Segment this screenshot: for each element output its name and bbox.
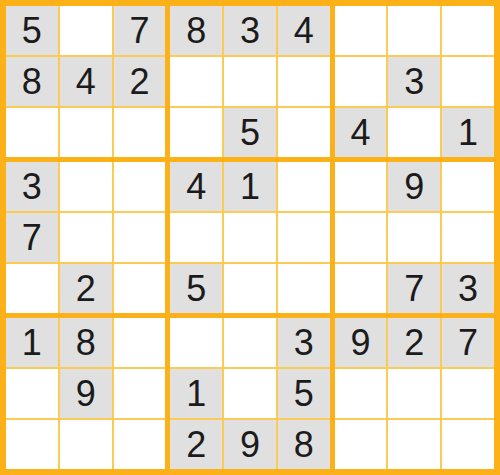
cell-r2c7[interactable]	[335, 57, 387, 106]
cell-r3c6[interactable]	[278, 108, 330, 157]
cell-r4c1[interactable]: 3	[6, 162, 58, 211]
cell-r1c2[interactable]	[60, 6, 112, 55]
cell-r5c9[interactable]	[442, 213, 494, 262]
cell-r4c7[interactable]	[335, 162, 387, 211]
box-5: 415	[170, 162, 329, 313]
cell-r8c5[interactable]	[224, 369, 276, 418]
cell-r5c1[interactable]: 7	[6, 213, 58, 262]
cell-r4c9[interactable]	[442, 162, 494, 211]
cell-r2c3[interactable]: 2	[114, 57, 166, 106]
box-2: 8345	[170, 6, 329, 157]
cell-r8c6[interactable]: 5	[278, 369, 330, 418]
cell-r1c5[interactable]: 3	[224, 6, 276, 55]
cell-r2c6[interactable]	[278, 57, 330, 106]
cell-r6c8[interactable]: 7	[388, 264, 440, 313]
cell-r8c8[interactable]	[388, 369, 440, 418]
cell-r4c4[interactable]: 4	[170, 162, 222, 211]
box-6: 973	[335, 162, 494, 313]
cell-r2c5[interactable]	[224, 57, 276, 106]
cell-r1c7[interactable]	[335, 6, 387, 55]
cell-r6c5[interactable]	[224, 264, 276, 313]
cell-r1c4[interactable]: 8	[170, 6, 222, 55]
cell-r8c3[interactable]	[114, 369, 166, 418]
cell-r9c2[interactable]	[60, 420, 112, 469]
cell-r8c4[interactable]: 1	[170, 369, 222, 418]
cell-r6c7[interactable]	[335, 264, 387, 313]
cell-r8c7[interactable]	[335, 369, 387, 418]
cell-r5c2[interactable]	[60, 213, 112, 262]
cell-r7c9[interactable]: 7	[442, 318, 494, 367]
cell-r5c7[interactable]	[335, 213, 387, 262]
cell-r7c6[interactable]: 3	[278, 318, 330, 367]
cell-r1c6[interactable]: 4	[278, 6, 330, 55]
cell-r3c1[interactable]	[6, 108, 58, 157]
cell-r9c8[interactable]	[388, 420, 440, 469]
cell-r4c3[interactable]	[114, 162, 166, 211]
cell-r3c4[interactable]	[170, 108, 222, 157]
cell-r1c8[interactable]	[388, 6, 440, 55]
cell-r3c5[interactable]: 5	[224, 108, 276, 157]
cell-r3c2[interactable]	[60, 108, 112, 157]
cell-r6c4[interactable]: 5	[170, 264, 222, 313]
cell-r4c5[interactable]: 1	[224, 162, 276, 211]
cell-r7c2[interactable]: 8	[60, 318, 112, 367]
cell-r6c2[interactable]: 2	[60, 264, 112, 313]
cell-r5c8[interactable]	[388, 213, 440, 262]
cell-r3c7[interactable]: 4	[335, 108, 387, 157]
cell-r6c1[interactable]	[6, 264, 58, 313]
box-7: 189	[6, 318, 165, 469]
sudoku-board: 578428345341372415973189315298927	[0, 0, 500, 475]
cell-r9c6[interactable]: 8	[278, 420, 330, 469]
cell-r2c4[interactable]	[170, 57, 222, 106]
cell-r4c2[interactable]	[60, 162, 112, 211]
cell-r3c3[interactable]	[114, 108, 166, 157]
cell-r9c1[interactable]	[6, 420, 58, 469]
cell-r4c6[interactable]	[278, 162, 330, 211]
cell-r4c8[interactable]: 9	[388, 162, 440, 211]
cell-r3c9[interactable]: 1	[442, 108, 494, 157]
cell-r2c2[interactable]: 4	[60, 57, 112, 106]
cell-r7c3[interactable]	[114, 318, 166, 367]
box-4: 372	[6, 162, 165, 313]
box-1: 57842	[6, 6, 165, 157]
cell-r5c4[interactable]	[170, 213, 222, 262]
cell-r6c6[interactable]	[278, 264, 330, 313]
cell-r7c1[interactable]: 1	[6, 318, 58, 367]
cell-r9c9[interactable]	[442, 420, 494, 469]
box-3: 341	[335, 6, 494, 157]
cell-r7c5[interactable]	[224, 318, 276, 367]
cell-r7c7[interactable]: 9	[335, 318, 387, 367]
box-8: 315298	[170, 318, 329, 469]
cell-r9c4[interactable]: 2	[170, 420, 222, 469]
cell-r7c4[interactable]	[170, 318, 222, 367]
cell-r5c3[interactable]	[114, 213, 166, 262]
cell-r5c6[interactable]	[278, 213, 330, 262]
cell-r9c3[interactable]	[114, 420, 166, 469]
cell-r5c5[interactable]	[224, 213, 276, 262]
cell-r6c3[interactable]	[114, 264, 166, 313]
cell-r2c9[interactable]	[442, 57, 494, 106]
cell-r6c9[interactable]: 3	[442, 264, 494, 313]
cell-r8c9[interactable]	[442, 369, 494, 418]
box-9: 927	[335, 318, 494, 469]
cell-r1c9[interactable]	[442, 6, 494, 55]
cell-r7c8[interactable]: 2	[388, 318, 440, 367]
cell-r9c7[interactable]	[335, 420, 387, 469]
cell-r8c2[interactable]: 9	[60, 369, 112, 418]
cell-r9c5[interactable]: 9	[224, 420, 276, 469]
cell-r1c1[interactable]: 5	[6, 6, 58, 55]
cell-r2c1[interactable]: 8	[6, 57, 58, 106]
cell-r2c8[interactable]: 3	[388, 57, 440, 106]
cell-r3c8[interactable]	[388, 108, 440, 157]
cell-r8c1[interactable]	[6, 369, 58, 418]
cell-r1c3[interactable]: 7	[114, 6, 166, 55]
